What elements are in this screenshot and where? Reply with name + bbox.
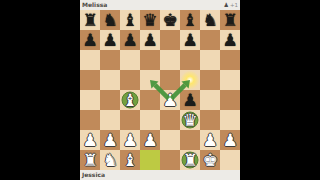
chess-app: Melissa ♟ +1 ♜♞♝♛♚♝♞♜♟♟♟♟♟♟♝♟♟♛♟♟♟♟♟♟♜♞♝… [0, 0, 320, 180]
square-g8[interactable]: ♞ [200, 10, 220, 30]
square-e1[interactable] [160, 150, 180, 170]
square-b8[interactable]: ♞ [100, 10, 120, 30]
square-g4[interactable] [200, 90, 220, 110]
piece-black-pawn[interactable]: ♟ [180, 30, 200, 50]
square-a2[interactable]: ♟ [80, 130, 100, 150]
piece-white-pawn[interactable]: ♟ [160, 90, 180, 110]
piece-white-pawn[interactable]: ♟ [200, 130, 220, 150]
piece-white-bishop[interactable]: ♝ [120, 150, 140, 170]
square-f8[interactable]: ♝ [180, 10, 200, 30]
board-grid: ♜♞♝♛♚♝♞♜♟♟♟♟♟♟♝♟♟♛♟♟♟♟♟♟♜♞♝♜♚ [80, 10, 240, 170]
square-c3[interactable] [120, 110, 140, 130]
square-h8[interactable]: ♜ [220, 10, 240, 30]
player-name-bottom: Jessica [82, 170, 105, 180]
square-c6[interactable] [120, 50, 140, 70]
player-name-top: Melissa [82, 0, 107, 10]
square-h7[interactable]: ♟ [220, 30, 240, 50]
piece-black-bishop[interactable]: ♝ [120, 10, 140, 30]
piece-white-pawn[interactable]: ♟ [220, 130, 240, 150]
piece-black-rook[interactable]: ♜ [220, 10, 240, 30]
material-advantage: +1 [230, 0, 238, 10]
piece-white-pawn[interactable]: ♟ [140, 130, 160, 150]
piece-white-queen[interactable]: ♛ [180, 110, 200, 130]
square-d2[interactable]: ♟ [140, 130, 160, 150]
square-e2[interactable] [160, 130, 180, 150]
square-g2[interactable]: ♟ [200, 130, 220, 150]
square-c5[interactable] [120, 70, 140, 90]
square-b6[interactable] [100, 50, 120, 70]
square-h1[interactable] [220, 150, 240, 170]
square-b2[interactable]: ♟ [100, 130, 120, 150]
square-a6[interactable] [80, 50, 100, 70]
square-c7[interactable]: ♟ [120, 30, 140, 50]
captured-pawn-icon: ♟ [224, 0, 229, 10]
square-h3[interactable] [220, 110, 240, 130]
square-e5[interactable] [160, 70, 180, 90]
square-g3[interactable] [200, 110, 220, 130]
piece-black-pawn[interactable]: ♟ [220, 30, 240, 50]
square-b7[interactable]: ♟ [100, 30, 120, 50]
square-d6[interactable] [140, 50, 160, 70]
square-e8[interactable]: ♚ [160, 10, 180, 30]
square-f1[interactable]: ♜ [180, 150, 200, 170]
top-player-bar: Melissa ♟ +1 [80, 0, 240, 10]
square-d1[interactable] [140, 150, 160, 170]
piece-black-queen[interactable]: ♛ [140, 10, 160, 30]
square-b4[interactable] [100, 90, 120, 110]
square-a3[interactable] [80, 110, 100, 130]
square-g7[interactable] [200, 30, 220, 50]
square-h5[interactable] [220, 70, 240, 90]
square-h4[interactable] [220, 90, 240, 110]
square-f2[interactable] [180, 130, 200, 150]
piece-black-rook[interactable]: ♜ [80, 10, 100, 30]
piece-white-bishop[interactable]: ♝ [120, 90, 140, 110]
piece-white-rook[interactable]: ♜ [80, 150, 100, 170]
square-c4[interactable]: ♝ [120, 90, 140, 110]
piece-black-pawn[interactable]: ♟ [80, 30, 100, 50]
square-g5[interactable] [200, 70, 220, 90]
piece-black-pawn[interactable]: ♟ [120, 30, 140, 50]
square-e7[interactable] [160, 30, 180, 50]
square-d5[interactable] [140, 70, 160, 90]
square-g1[interactable]: ♚ [200, 150, 220, 170]
square-b3[interactable] [100, 110, 120, 130]
square-f3[interactable]: ♛ [180, 110, 200, 130]
piece-black-pawn[interactable]: ♟ [100, 30, 120, 50]
square-g6[interactable] [200, 50, 220, 70]
square-f7[interactable]: ♟ [180, 30, 200, 50]
square-c2[interactable]: ♟ [120, 130, 140, 150]
square-a7[interactable]: ♟ [80, 30, 100, 50]
square-c8[interactable]: ♝ [120, 10, 140, 30]
piece-black-pawn[interactable]: ♟ [140, 30, 160, 50]
piece-black-bishop[interactable]: ♝ [180, 10, 200, 30]
piece-white-knight[interactable]: ♞ [100, 150, 120, 170]
piece-black-knight[interactable]: ♞ [100, 10, 120, 30]
square-c1[interactable]: ♝ [120, 150, 140, 170]
square-a1[interactable]: ♜ [80, 150, 100, 170]
square-e3[interactable] [160, 110, 180, 130]
square-b5[interactable] [100, 70, 120, 90]
piece-black-knight[interactable]: ♞ [200, 10, 220, 30]
square-a8[interactable]: ♜ [80, 10, 100, 30]
piece-white-pawn[interactable]: ♟ [120, 130, 140, 150]
piece-black-pawn[interactable]: ♟ [180, 90, 200, 110]
square-d4[interactable] [140, 90, 160, 110]
square-f4[interactable]: ♟ [180, 90, 200, 110]
square-f5[interactable] [180, 70, 200, 90]
square-d7[interactable]: ♟ [140, 30, 160, 50]
square-d8[interactable]: ♛ [140, 10, 160, 30]
square-e4[interactable]: ♟ [160, 90, 180, 110]
square-e6[interactable] [160, 50, 180, 70]
square-b1[interactable]: ♞ [100, 150, 120, 170]
square-h2[interactable]: ♟ [220, 130, 240, 150]
piece-white-pawn[interactable]: ♟ [100, 130, 120, 150]
square-d3[interactable] [140, 110, 160, 130]
square-a5[interactable] [80, 70, 100, 90]
square-f6[interactable] [180, 50, 200, 70]
piece-black-king[interactable]: ♚ [160, 10, 180, 30]
square-a4[interactable] [80, 90, 100, 110]
material-indicator-top: ♟ +1 [224, 0, 239, 10]
bottom-player-bar: Jessica [80, 170, 240, 180]
game-column: Melissa ♟ +1 ♜♞♝♛♚♝♞♜♟♟♟♟♟♟♝♟♟♛♟♟♟♟♟♟♜♞♝… [80, 0, 240, 180]
piece-white-king[interactable]: ♚ [200, 150, 220, 170]
piece-white-rook[interactable]: ♜ [180, 150, 200, 170]
piece-white-pawn[interactable]: ♟ [80, 130, 100, 150]
chess-board: ♜♞♝♛♚♝♞♜♟♟♟♟♟♟♝♟♟♛♟♟♟♟♟♟♜♞♝♜♚ [80, 10, 240, 170]
square-h6[interactable] [220, 50, 240, 70]
